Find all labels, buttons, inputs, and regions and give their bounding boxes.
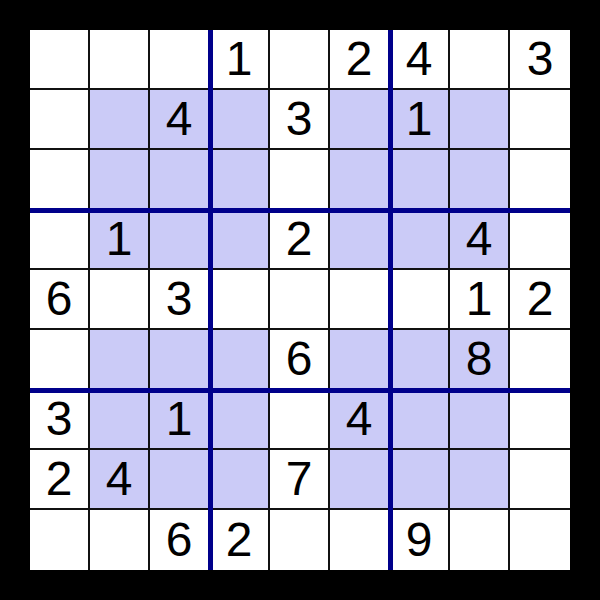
sudoku-cell[interactable] (330, 150, 390, 210)
sudoku-cell[interactable] (270, 390, 330, 450)
sudoku-cell[interactable] (510, 150, 570, 210)
sudoku-cell[interactable] (390, 450, 450, 510)
sudoku-cell[interactable] (210, 270, 270, 330)
sudoku-cell-given: 4 (90, 450, 150, 510)
sudoku-cell-given: 9 (390, 510, 450, 570)
sudoku-cell[interactable] (150, 450, 210, 510)
sudoku-cell-given: 3 (150, 270, 210, 330)
sudoku-cell[interactable] (390, 270, 450, 330)
sudoku-cell[interactable] (510, 390, 570, 450)
sudoku-cell-given: 6 (30, 270, 90, 330)
sudoku-cell[interactable] (390, 390, 450, 450)
sudoku-cell[interactable] (330, 270, 390, 330)
sudoku-cell-given: 3 (270, 90, 330, 150)
sudoku-cell-given: 3 (30, 390, 90, 450)
sudoku-cell[interactable] (90, 150, 150, 210)
sudoku-cell[interactable] (450, 450, 510, 510)
sudoku-cell-given: 2 (30, 450, 90, 510)
sudoku-cell[interactable] (90, 390, 150, 450)
sudoku-cell-given: 6 (270, 330, 330, 390)
sudoku-cell[interactable] (90, 510, 150, 570)
sudoku-cell-given: 2 (210, 510, 270, 570)
sudoku-cell[interactable] (450, 30, 510, 90)
sudoku-cell-given: 7 (270, 450, 330, 510)
sudoku-cell-given: 8 (450, 330, 510, 390)
sudoku-cell[interactable] (150, 150, 210, 210)
sudoku-cell[interactable] (210, 210, 270, 270)
sudoku-cell-given: 1 (390, 90, 450, 150)
sudoku-cell[interactable] (330, 210, 390, 270)
sudoku-cell[interactable] (150, 30, 210, 90)
sudoku-cell[interactable] (90, 90, 150, 150)
sudoku-cell[interactable] (510, 510, 570, 570)
sudoku-cell[interactable] (30, 330, 90, 390)
sudoku-cell[interactable] (510, 330, 570, 390)
sudoku-cell-given: 4 (150, 90, 210, 150)
sudoku-cell[interactable] (210, 150, 270, 210)
sudoku-cell[interactable] (330, 330, 390, 390)
sudoku-cell-given: 4 (330, 390, 390, 450)
sudoku-cell[interactable] (90, 270, 150, 330)
sudoku-cell[interactable] (330, 90, 390, 150)
sudoku-cell[interactable] (270, 150, 330, 210)
sudoku-cell[interactable] (30, 210, 90, 270)
sudoku-cell[interactable] (330, 450, 390, 510)
sudoku-cell[interactable] (150, 330, 210, 390)
sudoku-cell[interactable] (390, 330, 450, 390)
sudoku-cell[interactable] (390, 210, 450, 270)
sudoku-cell-given: 6 (150, 510, 210, 570)
sudoku-cell[interactable] (210, 450, 270, 510)
sudoku-cell[interactable] (450, 510, 510, 570)
sudoku-cell-given: 2 (330, 30, 390, 90)
sudoku-cell[interactable] (450, 390, 510, 450)
sudoku-cell-given: 4 (450, 210, 510, 270)
sudoku-cell-given: 4 (390, 30, 450, 90)
board-frame: 1243431124631268314247629 (0, 0, 600, 600)
sudoku-cell[interactable] (210, 90, 270, 150)
sudoku-cell[interactable] (270, 270, 330, 330)
sudoku-cell[interactable] (30, 510, 90, 570)
sudoku-cell-given: 1 (150, 390, 210, 450)
sudoku-cell[interactable] (330, 510, 390, 570)
sudoku-cell[interactable] (270, 30, 330, 90)
sudoku-cell[interactable] (390, 150, 450, 210)
sudoku-cell[interactable] (510, 450, 570, 510)
sudoku-cell-given: 1 (90, 210, 150, 270)
sudoku-cell[interactable] (450, 90, 510, 150)
sudoku-cell[interactable] (270, 510, 330, 570)
sudoku-cell-given: 3 (510, 30, 570, 90)
sudoku-cell[interactable] (30, 90, 90, 150)
sudoku-cell[interactable] (210, 390, 270, 450)
sudoku-cell[interactable] (450, 150, 510, 210)
sudoku-cell[interactable] (90, 30, 150, 90)
sudoku-cell[interactable] (510, 210, 570, 270)
sudoku-cell-given: 1 (450, 270, 510, 330)
sudoku-cell-given: 2 (510, 270, 570, 330)
sudoku-cell[interactable] (30, 30, 90, 90)
sudoku-cell[interactable] (30, 150, 90, 210)
sudoku-cell[interactable] (210, 330, 270, 390)
sudoku-board: 1243431124631268314247629 (30, 30, 570, 570)
sudoku-cell[interactable] (150, 210, 210, 270)
sudoku-cell[interactable] (90, 330, 150, 390)
sudoku-cell[interactable] (510, 90, 570, 150)
sudoku-cell-given: 1 (210, 30, 270, 90)
sudoku-cell-given: 2 (270, 210, 330, 270)
